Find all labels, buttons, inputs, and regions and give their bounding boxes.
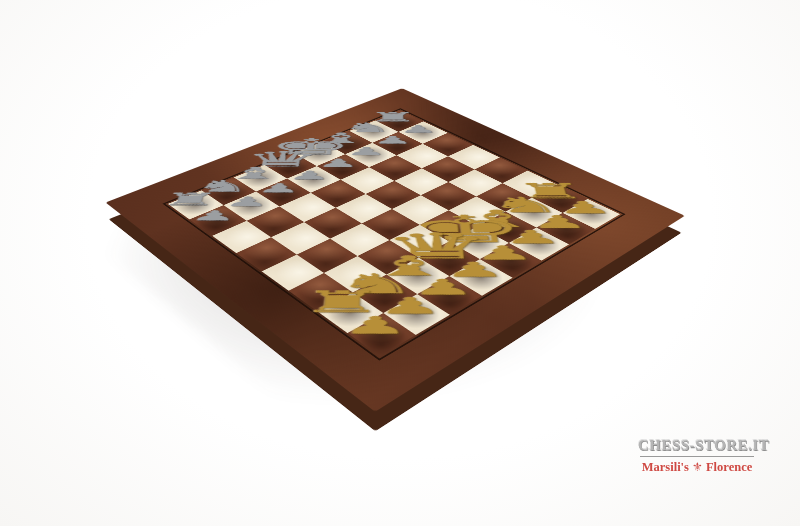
- watermark: CHESS-STORE.IT Marsili's ⚜ Florence: [638, 437, 756, 475]
- watermark-maker-left: Marsili's: [642, 460, 689, 474]
- chess-board: ♜♟♜♟♞♟♞♟♝♟♝♟♚♟♚♟♛♟♛♟♝♟♝♟♞♟♞♟♜♟♜♟: [106, 88, 685, 411]
- piece-silver-pawn[interactable]: ♟: [165, 195, 326, 208]
- watermark-divider: [640, 456, 754, 457]
- watermark-store-name: CHESS-STORE.IT: [638, 437, 756, 454]
- watermark-maker: Marsili's ⚜ Florence: [638, 460, 756, 475]
- board-top-face: ♜♟♜♟♞♟♞♟♝♟♝♟♚♟♚♟♛♟♛♟♝♟♝♟♞♟♞♟♜♟♜♟: [106, 88, 685, 411]
- fleur-de-lis-icon: ⚜: [692, 460, 703, 474]
- board-cells: ♜♟♜♟♞♟♞♟♝♟♝♟♚♟♚♟♛♟♛♟♝♟♝♟♞♟♞♟♜♟♜♟: [402, 88, 685, 215]
- watermark-maker-right: Florence: [706, 460, 752, 474]
- product-photo-scene: ♜♟♜♟♞♟♞♟♝♟♝♟♚♟♚♟♛♟♛♟♝♟♝♟♞♟♞♟♜♟♜♟ CHESS-S…: [0, 0, 800, 526]
